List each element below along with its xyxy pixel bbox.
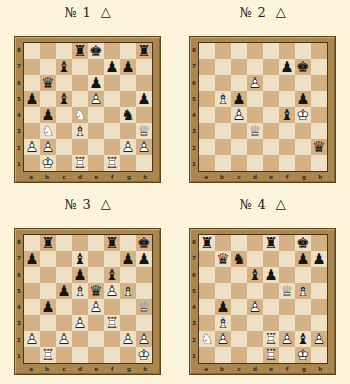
- file-label-e: e: [265, 365, 278, 373]
- square-c2: [231, 331, 247, 347]
- square-f1: ♜♖: [104, 155, 120, 171]
- square-c3: [56, 123, 72, 139]
- square-h5: [311, 283, 327, 299]
- piece-white-bishop: ♝♗: [72, 283, 88, 299]
- square-g1: [120, 155, 136, 171]
- square-a2: ♟♙: [24, 139, 40, 155]
- square-h7: ♟: [311, 251, 327, 267]
- rank-label-8: 8: [191, 236, 197, 249]
- square-c7: [56, 251, 72, 267]
- square-h8: [311, 235, 327, 251]
- square-f8: [279, 43, 295, 59]
- square-a1: [199, 347, 215, 363]
- square-e6: [88, 267, 104, 283]
- piece-black-pawn: ♟: [231, 91, 247, 107]
- square-d7: ♝: [72, 251, 88, 267]
- square-c2: ♟♙: [56, 331, 72, 347]
- square-h5: [136, 283, 152, 299]
- piece-black-bishop: ♝: [295, 331, 311, 347]
- piece-black-rook: ♜: [104, 235, 120, 251]
- square-g2: ♝: [295, 331, 311, 347]
- square-b3: [215, 123, 231, 139]
- piece-white-pawn: ♟♙: [136, 139, 152, 155]
- square-g5: ♝♗: [120, 283, 136, 299]
- rank-label-8: 8: [191, 44, 197, 57]
- square-c8: [231, 235, 247, 251]
- file-label-f: f: [281, 365, 294, 373]
- square-e2: [88, 139, 104, 155]
- square-f7: ♟: [279, 59, 295, 75]
- square-b2: [40, 331, 56, 347]
- file-labels: abcdefgh: [198, 172, 328, 182]
- square-a4: [24, 107, 40, 123]
- piece-black-knight: ♞: [120, 107, 136, 123]
- rank-label-4: 4: [191, 109, 197, 122]
- rank-label-1: 1: [16, 349, 22, 362]
- piece-black-pawn: ♟: [263, 267, 279, 283]
- square-e4: [263, 299, 279, 315]
- square-h1: ♚♔: [136, 347, 152, 363]
- square-g2: ♟♙: [120, 139, 136, 155]
- square-e7: [263, 251, 279, 267]
- square-a8: [199, 43, 215, 59]
- square-d8: ♜: [72, 43, 88, 59]
- square-h1: [311, 347, 327, 363]
- square-e2: ♜♖: [263, 331, 279, 347]
- square-e4: [88, 107, 104, 123]
- square-h7: ♟: [136, 251, 152, 267]
- square-g2: ♟♙: [120, 331, 136, 347]
- board-squares: ♜♚♜♝♟♟♛♟♟♝♟♙♟♟♞♘♞♞♘♝♗♛♕♟♙♟♙♟♙♟♙♚♔♜♖♜♖: [23, 42, 153, 172]
- piece-white-rook: ♜♖: [104, 315, 120, 331]
- square-f3: ♜♖: [104, 315, 120, 331]
- piece-black-bishop: ♝: [279, 107, 295, 123]
- file-label-a: a: [25, 173, 38, 181]
- square-c1: [56, 347, 72, 363]
- square-f8: ♜: [104, 235, 120, 251]
- rank-label-4: 4: [16, 301, 22, 314]
- file-label-g: g: [122, 173, 135, 181]
- file-label-d: d: [73, 365, 86, 373]
- square-h1: [311, 155, 327, 171]
- piece-white-king: ♚♔: [136, 347, 152, 363]
- square-d5: [72, 91, 88, 107]
- square-e2: [263, 139, 279, 155]
- square-e5: [263, 283, 279, 299]
- piece-white-pawn: ♟♙: [215, 331, 231, 347]
- piece-black-king: ♚: [295, 235, 311, 251]
- square-f7: [279, 251, 295, 267]
- square-g8: ♚: [295, 235, 311, 251]
- rank-label-5: 5: [191, 284, 197, 297]
- rank-label-3: 3: [16, 317, 22, 330]
- board-squares: ♜♜♚♟♝♟♟♟♝♟♝♗♛♟♙♝♗♟♟♙♛♕♟♙♜♖♟♙♟♙♟♙♟♙♜♖♚♔: [23, 234, 153, 364]
- square-f5: ♟♙: [104, 283, 120, 299]
- rank-label-2: 2: [16, 333, 22, 346]
- square-f4: [279, 299, 295, 315]
- piece-black-queen: ♛: [88, 283, 104, 299]
- square-h7: [311, 59, 327, 75]
- square-f8: [279, 235, 295, 251]
- white-to-move-icon: △: [101, 4, 111, 20]
- file-label-e: e: [90, 173, 103, 181]
- square-f1: [279, 155, 295, 171]
- square-e4: [263, 107, 279, 123]
- rank-label-4: 4: [16, 109, 22, 122]
- file-label-f: f: [281, 173, 294, 181]
- rank-labels: 87654321: [190, 42, 198, 172]
- square-c3: [231, 123, 247, 139]
- square-g4: ♞: [120, 107, 136, 123]
- square-c4: [231, 299, 247, 315]
- square-b5: ♝♗: [215, 91, 231, 107]
- square-g3: [295, 123, 311, 139]
- square-c8: [231, 43, 247, 59]
- rank-label-5: 5: [16, 284, 22, 297]
- rank-label-2: 2: [191, 141, 197, 154]
- piece-white-queen: ♛♕: [247, 123, 263, 139]
- chess-board-1: 87654321♜♚♜♝♟♟♛♟♟♝♟♙♟♟♞♘♞♞♘♝♗♛♕♟♙♟♙♟♙♟♙♚…: [14, 36, 161, 183]
- square-h3: [311, 315, 327, 331]
- square-d6: ♝: [247, 267, 263, 283]
- square-h2: ♟♙: [311, 331, 327, 347]
- square-g4: [295, 299, 311, 315]
- piece-black-king: ♚: [136, 235, 152, 251]
- rank-label-8: 8: [16, 44, 22, 57]
- square-g8: [120, 43, 136, 59]
- square-f7: ♟: [104, 59, 120, 75]
- rank-label-5: 5: [16, 92, 22, 105]
- square-f8: [104, 43, 120, 59]
- piece-black-knight: ♞: [231, 251, 247, 267]
- square-h7: [136, 59, 152, 75]
- square-h2: ♛: [311, 139, 327, 155]
- square-c5: ♟: [56, 283, 72, 299]
- square-b2: ♟♙: [215, 331, 231, 347]
- rank-labels: 87654321: [15, 234, 23, 364]
- square-h2: ♟♙: [136, 139, 152, 155]
- file-label-a: a: [200, 365, 213, 373]
- square-a7: [24, 59, 40, 75]
- square-g4: ♚♔: [295, 107, 311, 123]
- square-e3: [263, 315, 279, 331]
- square-d1: [247, 347, 263, 363]
- square-e1: [88, 347, 104, 363]
- piece-white-pawn: ♟♙: [279, 331, 295, 347]
- square-h4: [136, 107, 152, 123]
- piece-white-pawn: ♟♙: [40, 139, 56, 155]
- square-e3: [88, 315, 104, 331]
- square-a3: [199, 315, 215, 331]
- square-d1: ♜♖: [72, 155, 88, 171]
- square-c1: [231, 347, 247, 363]
- square-d5: ♝♗: [72, 283, 88, 299]
- diagram-4: № 4 △ 87654321♜♜♚♛♞♟♟♝♟♛♕♝♗♟♟♙♝♗♞♘♟♙♜♖♟♙…: [175, 192, 350, 384]
- diagram-2-label: № 2: [239, 5, 267, 21]
- file-label-e: e: [265, 173, 278, 181]
- rank-label-7: 7: [191, 60, 197, 73]
- square-f2: [104, 331, 120, 347]
- square-f3: [279, 123, 295, 139]
- square-d4: [72, 299, 88, 315]
- square-f6: ♝: [104, 267, 120, 283]
- rank-label-3: 3: [191, 125, 197, 138]
- piece-black-pawn: ♟: [24, 91, 40, 107]
- square-b7: [215, 59, 231, 75]
- piece-white-rook: ♜♖: [104, 155, 120, 171]
- piece-white-queen: ♛♕: [136, 123, 152, 139]
- square-d5: [247, 283, 263, 299]
- square-f6: [279, 267, 295, 283]
- square-a4: [24, 299, 40, 315]
- square-g7: ♟: [120, 59, 136, 75]
- square-b2: ♟♙: [40, 139, 56, 155]
- square-h6: [136, 75, 152, 91]
- piece-white-pawn: ♟♙: [136, 331, 152, 347]
- square-g1: [120, 347, 136, 363]
- piece-black-king: ♚: [295, 59, 311, 75]
- piece-black-pawn: ♟: [24, 251, 40, 267]
- square-a8: [24, 235, 40, 251]
- square-g7: ♚: [295, 59, 311, 75]
- square-e3: [263, 123, 279, 139]
- rank-label-4: 4: [191, 301, 197, 314]
- white-to-move-icon: △: [276, 196, 286, 212]
- piece-white-pawn: ♟♙: [231, 107, 247, 123]
- piece-white-bishop: ♝♗: [215, 91, 231, 107]
- board-squares: ♜♜♚♛♞♟♟♝♟♛♕♝♗♟♟♙♝♗♞♘♟♙♜♖♟♙♝♟♙♜♖♚♔: [198, 234, 328, 364]
- square-g2: [295, 139, 311, 155]
- file-label-g: g: [122, 365, 135, 373]
- square-h5: [311, 91, 327, 107]
- square-d2: [247, 331, 263, 347]
- piece-white-knight: ♞♘: [199, 331, 215, 347]
- square-h6: [136, 267, 152, 283]
- square-b3: ♝♗: [215, 315, 231, 331]
- square-a2: ♞♘: [199, 331, 215, 347]
- square-h6: [311, 75, 327, 91]
- square-e1: [88, 155, 104, 171]
- piece-white-pawn: ♟♙: [88, 299, 104, 315]
- square-c1: [231, 155, 247, 171]
- file-label-h: h: [313, 173, 326, 181]
- square-e1: [263, 155, 279, 171]
- file-label-a: a: [200, 173, 213, 181]
- square-d6: ♟♙: [247, 75, 263, 91]
- square-f1: [104, 347, 120, 363]
- piece-white-king: ♚♔: [40, 155, 56, 171]
- rank-label-1: 1: [191, 349, 197, 362]
- square-h1: [136, 155, 152, 171]
- square-c6: [56, 267, 72, 283]
- chess-board-3: 87654321♜♜♚♟♝♟♟♟♝♟♝♗♛♟♙♝♗♟♟♙♛♕♟♙♜♖♟♙♟♙♟♙…: [14, 228, 161, 375]
- square-b1: ♚♔: [40, 155, 56, 171]
- rank-label-6: 6: [191, 268, 197, 281]
- square-b6: [40, 267, 56, 283]
- square-c7: ♞: [231, 251, 247, 267]
- square-a2: [199, 139, 215, 155]
- square-c6: [231, 267, 247, 283]
- square-a2: ♟♙: [24, 331, 40, 347]
- square-d3: [247, 315, 263, 331]
- square-a6: [199, 267, 215, 283]
- square-g7: ♟: [295, 251, 311, 267]
- square-g4: [120, 299, 136, 315]
- file-label-b: b: [41, 173, 54, 181]
- piece-black-king: ♚: [88, 43, 104, 59]
- file-label-a: a: [25, 365, 38, 373]
- piece-white-pawn: ♟♙: [56, 331, 72, 347]
- square-d7: [247, 59, 263, 75]
- square-g5: ♟: [295, 91, 311, 107]
- square-d4: [247, 107, 263, 123]
- square-e4: ♟♙: [88, 299, 104, 315]
- square-c5: [231, 283, 247, 299]
- piece-black-bishop: ♝: [56, 91, 72, 107]
- square-e6: [263, 75, 279, 91]
- piece-black-pawn: ♟: [295, 251, 311, 267]
- rank-label-3: 3: [16, 125, 22, 138]
- piece-white-rook: ♜♖: [72, 155, 88, 171]
- file-label-b: b: [216, 173, 229, 181]
- piece-black-pawn: ♟: [72, 267, 88, 283]
- square-a5: [199, 91, 215, 107]
- piece-black-queen: ♛: [311, 139, 327, 155]
- piece-white-pawn: ♟♙: [120, 331, 136, 347]
- square-d3: ♟♙: [72, 315, 88, 331]
- rank-label-6: 6: [16, 268, 22, 281]
- piece-black-pawn: ♟: [40, 107, 56, 123]
- square-b8: [215, 43, 231, 59]
- square-f3: [104, 123, 120, 139]
- diagram-1-label: № 1: [64, 5, 92, 21]
- square-a1: [24, 155, 40, 171]
- square-h8: ♚: [136, 235, 152, 251]
- file-label-g: g: [297, 173, 310, 181]
- square-d6: [72, 75, 88, 91]
- square-e8: ♜: [263, 235, 279, 251]
- square-d8: [72, 235, 88, 251]
- piece-white-pawn: ♟♙: [247, 75, 263, 91]
- square-f5: [279, 91, 295, 107]
- piece-black-pawn: ♟: [136, 91, 152, 107]
- piece-black-pawn: ♟: [40, 299, 56, 315]
- square-f3: [279, 315, 295, 331]
- square-f5: [104, 91, 120, 107]
- square-b1: ♜♖: [40, 347, 56, 363]
- square-b6: [215, 267, 231, 283]
- file-label-c: c: [232, 365, 245, 373]
- diagram-1-header: № 1 △: [64, 5, 111, 21]
- square-e6: ♟: [88, 75, 104, 91]
- square-b5: [40, 91, 56, 107]
- square-e5: [263, 91, 279, 107]
- square-c5: ♟: [231, 91, 247, 107]
- square-a3: [24, 315, 40, 331]
- square-g1: [295, 155, 311, 171]
- piece-black-bishop: ♝: [104, 267, 120, 283]
- square-a6: [199, 75, 215, 91]
- square-b4: [215, 107, 231, 123]
- square-d2: [72, 139, 88, 155]
- square-a3: [199, 123, 215, 139]
- file-label-g: g: [297, 365, 310, 373]
- square-e3: [88, 123, 104, 139]
- square-g1: ♚♔: [295, 347, 311, 363]
- square-g3: [120, 315, 136, 331]
- file-label-c: c: [57, 173, 70, 181]
- piece-black-rook: ♜: [199, 235, 215, 251]
- square-d3: ♝♗: [72, 123, 88, 139]
- square-d4: ♞♘: [72, 107, 88, 123]
- square-h4: [311, 299, 327, 315]
- square-c6: [231, 75, 247, 91]
- square-f6: [104, 75, 120, 91]
- square-a4: [199, 299, 215, 315]
- square-a6: [24, 75, 40, 91]
- piece-black-rook: ♜: [136, 43, 152, 59]
- square-c7: ♝: [56, 59, 72, 75]
- square-e5: ♛: [88, 283, 104, 299]
- square-a1: [24, 347, 40, 363]
- square-a7: [199, 59, 215, 75]
- square-f7: [104, 251, 120, 267]
- square-c5: ♝: [56, 91, 72, 107]
- square-d1: [247, 155, 263, 171]
- square-f1: [279, 347, 295, 363]
- square-e8: ♚: [88, 43, 104, 59]
- square-g6: [295, 75, 311, 91]
- rank-label-8: 8: [16, 236, 22, 249]
- square-b8: [215, 235, 231, 251]
- rank-label-7: 7: [16, 60, 22, 73]
- square-a5: [24, 283, 40, 299]
- square-h2: ♟♙: [136, 331, 152, 347]
- piece-black-pawn: ♟: [295, 91, 311, 107]
- square-d8: [247, 43, 263, 59]
- square-h8: ♜: [136, 43, 152, 59]
- file-labels: abcdefgh: [198, 364, 328, 374]
- square-a5: [199, 283, 215, 299]
- piece-white-pawn: ♟♙: [104, 283, 120, 299]
- square-d3: ♛♕: [247, 123, 263, 139]
- square-c3: [231, 315, 247, 331]
- square-b8: [40, 43, 56, 59]
- piece-black-pawn: ♟: [215, 299, 231, 315]
- rank-label-7: 7: [191, 252, 197, 265]
- piece-white-rook: ♜♖: [263, 331, 279, 347]
- piece-black-bishop: ♝: [72, 251, 88, 267]
- file-label-f: f: [106, 365, 119, 373]
- piece-white-pawn: ♟♙: [88, 91, 104, 107]
- square-g6: [120, 267, 136, 283]
- file-label-b: b: [216, 365, 229, 373]
- square-b3: ♞♘: [40, 123, 56, 139]
- square-f4: ♝: [279, 107, 295, 123]
- square-a6: [24, 267, 40, 283]
- piece-black-rook: ♜: [263, 235, 279, 251]
- square-a7: [199, 251, 215, 267]
- square-b6: ♛: [40, 75, 56, 91]
- piece-white-knight: ♞♘: [72, 107, 88, 123]
- square-e5: ♟♙: [88, 91, 104, 107]
- square-f6: [279, 75, 295, 91]
- diagram-2-header: № 2 △: [239, 5, 286, 21]
- square-b4: ♟: [40, 107, 56, 123]
- square-h4: ♛♕: [136, 299, 152, 315]
- square-a5: ♟: [24, 91, 40, 107]
- piece-black-bishop: ♝: [56, 59, 72, 75]
